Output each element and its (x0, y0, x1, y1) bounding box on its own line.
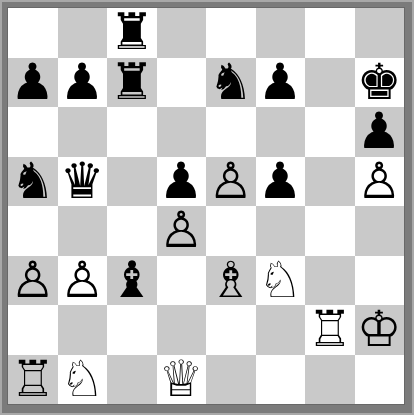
square-e8[interactable] (206, 8, 256, 58)
piece-black-pawn: ♟ (60, 58, 105, 107)
square-h3[interactable] (355, 256, 405, 306)
square-c4[interactable] (107, 206, 157, 256)
square-f5[interactable]: ♟ (256, 157, 306, 207)
square-h8[interactable] (355, 8, 405, 58)
piece-black-rook: ♜ (109, 8, 154, 57)
square-c2[interactable] (107, 305, 157, 355)
square-b5[interactable]: ♛ (58, 157, 108, 207)
square-f8[interactable] (256, 8, 306, 58)
square-e5[interactable]: ♙ (206, 157, 256, 207)
square-b6[interactable] (58, 107, 108, 157)
square-h1[interactable] (355, 355, 405, 405)
square-f1[interactable] (256, 355, 306, 405)
piece-white-pawn: ♙ (10, 256, 55, 305)
piece-white-pawn: ♙ (60, 256, 105, 305)
square-a4[interactable] (8, 206, 58, 256)
square-d6[interactable] (157, 107, 207, 157)
piece-white-pawn: ♙ (357, 157, 402, 206)
piece-black-pawn: ♟ (258, 157, 303, 206)
square-h2[interactable]: ♔ (355, 305, 405, 355)
square-a6[interactable] (8, 107, 58, 157)
square-e2[interactable] (206, 305, 256, 355)
square-c1[interactable] (107, 355, 157, 405)
square-d8[interactable] (157, 8, 207, 58)
chess-board: ♜♟♟♜♞♟♚♟♞♛♟♙♟♙♙♙♙♝♗♘♖♔♖♘♕ (8, 8, 404, 404)
square-e1[interactable] (206, 355, 256, 405)
square-h7[interactable]: ♚ (355, 58, 405, 108)
piece-black-knight: ♞ (208, 58, 253, 107)
square-d2[interactable] (157, 305, 207, 355)
square-f4[interactable] (256, 206, 306, 256)
piece-white-king: ♔ (357, 305, 402, 354)
piece-black-bishop: ♝ (109, 256, 154, 305)
square-b3[interactable]: ♙ (58, 256, 108, 306)
piece-white-pawn: ♙ (208, 157, 253, 206)
piece-white-rook: ♖ (10, 355, 55, 404)
piece-black-king: ♚ (357, 58, 402, 107)
piece-white-rook: ♖ (307, 305, 352, 354)
square-b4[interactable] (58, 206, 108, 256)
square-a7[interactable]: ♟ (8, 58, 58, 108)
square-d5[interactable]: ♟ (157, 157, 207, 207)
square-a3[interactable]: ♙ (8, 256, 58, 306)
square-e3[interactable]: ♗ (206, 256, 256, 306)
square-c8[interactable]: ♜ (107, 8, 157, 58)
piece-white-pawn: ♙ (159, 206, 204, 255)
square-g4[interactable] (305, 206, 355, 256)
square-b7[interactable]: ♟ (58, 58, 108, 108)
square-h4[interactable] (355, 206, 405, 256)
piece-black-knight: ♞ (10, 157, 55, 206)
square-f7[interactable]: ♟ (256, 58, 306, 108)
piece-black-queen: ♛ (60, 157, 105, 206)
piece-black-pawn: ♟ (357, 107, 402, 156)
square-a8[interactable] (8, 8, 58, 58)
square-b8[interactable] (58, 8, 108, 58)
square-f3[interactable]: ♘ (256, 256, 306, 306)
square-f6[interactable] (256, 107, 306, 157)
piece-white-queen: ♕ (159, 355, 204, 404)
square-a1[interactable]: ♖ (8, 355, 58, 405)
square-c5[interactable] (107, 157, 157, 207)
board-frame: ♜♟♟♜♞♟♚♟♞♛♟♙♟♙♙♙♙♝♗♘♖♔♖♘♕ (0, 0, 414, 415)
square-d3[interactable] (157, 256, 207, 306)
square-f2[interactable] (256, 305, 306, 355)
square-e4[interactable] (206, 206, 256, 256)
square-g5[interactable] (305, 157, 355, 207)
piece-black-pawn: ♟ (10, 58, 55, 107)
square-a2[interactable] (8, 305, 58, 355)
square-g8[interactable] (305, 8, 355, 58)
piece-white-knight: ♘ (258, 256, 303, 305)
piece-white-bishop: ♗ (208, 256, 253, 305)
square-h5[interactable]: ♙ (355, 157, 405, 207)
square-c3[interactable]: ♝ (107, 256, 157, 306)
piece-white-knight: ♘ (60, 355, 105, 404)
square-c7[interactable]: ♜ (107, 58, 157, 108)
square-g2[interactable]: ♖ (305, 305, 355, 355)
square-c6[interactable] (107, 107, 157, 157)
square-b1[interactable]: ♘ (58, 355, 108, 405)
square-g6[interactable] (305, 107, 355, 157)
square-g1[interactable] (305, 355, 355, 405)
square-e6[interactable] (206, 107, 256, 157)
square-h6[interactable]: ♟ (355, 107, 405, 157)
square-d1[interactable]: ♕ (157, 355, 207, 405)
piece-black-pawn: ♟ (258, 58, 303, 107)
square-g3[interactable] (305, 256, 355, 306)
square-d7[interactable] (157, 58, 207, 108)
square-g7[interactable] (305, 58, 355, 108)
square-d4[interactable]: ♙ (157, 206, 207, 256)
square-b2[interactable] (58, 305, 108, 355)
piece-black-rook: ♜ (109, 58, 154, 107)
square-a5[interactable]: ♞ (8, 157, 58, 207)
piece-black-pawn: ♟ (159, 157, 204, 206)
square-e7[interactable]: ♞ (206, 58, 256, 108)
